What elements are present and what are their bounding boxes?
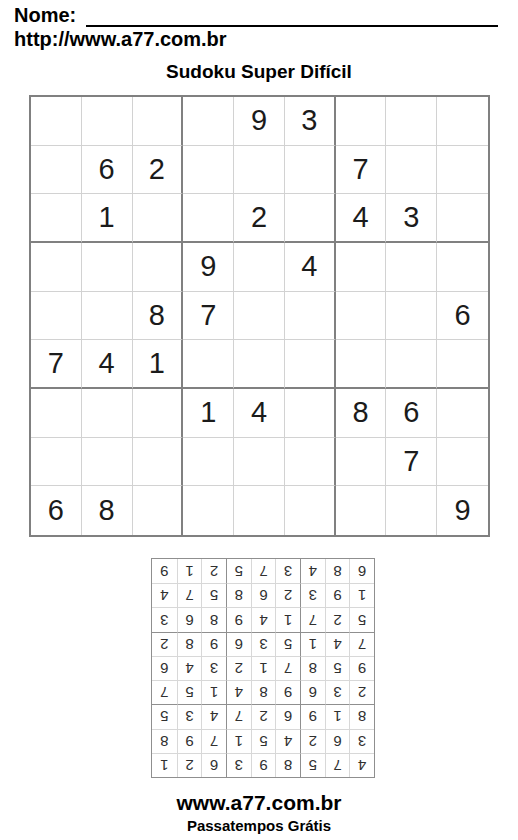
solution-cell-r4c2: 3 [325,680,350,704]
solution-cell-r3c1: 8 [349,704,374,728]
solution-cell-r5c4: 7 [275,656,300,680]
puzzle-cell-r8c6[interactable] [285,438,336,487]
puzzle-cell-r6c5[interactable] [234,340,285,389]
puzzle-cell-r2c8[interactable] [386,146,437,195]
solution-cell-r7c8: 6 [177,607,202,631]
solution-cell-r7c1: 5 [349,607,374,631]
puzzle-cell-r5c6[interactable] [285,292,336,341]
solution-cell-r8c6: 8 [226,583,251,607]
puzzle-cell-r3c5[interactable]: 2 [234,194,285,243]
puzzle-cell-r7c4[interactable]: 1 [183,389,234,438]
puzzle-cell-r1c2[interactable] [82,97,133,146]
puzzle-cell-r5c2[interactable] [82,292,133,341]
puzzle-cell-r8c3[interactable] [133,438,184,487]
puzzle-cell-r9c9[interactable]: 9 [437,486,488,535]
puzzle-cell-r5c8[interactable] [386,292,437,341]
page-header: Nome: http://www.a77.com.br [14,3,498,51]
puzzle-cell-r1c5[interactable]: 9 [234,97,285,146]
puzzle-cell-r1c9[interactable] [437,97,488,146]
page-title: Sudoku Super Difícil [0,61,518,83]
puzzle-cell-r5c1[interactable] [31,292,82,341]
puzzle-cell-r3c4[interactable] [183,194,234,243]
puzzle-cell-r7c9[interactable] [437,389,488,438]
solution-cell-r9c5: 7 [251,559,276,583]
sudoku-solution-grid: 4758936213624517988196274352369841579587… [151,558,375,778]
puzzle-cell-r7c1[interactable] [31,389,82,438]
name-row: Nome: [14,3,498,27]
puzzle-cell-r2c5[interactable] [234,146,285,195]
puzzle-cell-r8c7[interactable] [336,438,387,487]
solution-cell-r6c8: 8 [177,632,202,656]
solution-cell-r7c6: 9 [226,607,251,631]
solution-cell-r1c1: 4 [349,753,374,777]
solution-cell-r9c8: 1 [177,559,202,583]
puzzle-cell-r5c9[interactable]: 6 [437,292,488,341]
solution-cell-r2c6: 1 [226,729,251,753]
solution-cell-r5c1: 9 [349,656,374,680]
solution-cell-r3c6: 7 [226,704,251,728]
solution-cell-r9c9: 9 [152,559,177,583]
puzzle-cell-r6c2[interactable]: 4 [82,340,133,389]
puzzle-cell-r3c3[interactable] [133,194,184,243]
puzzle-cell-r8c9[interactable] [437,438,488,487]
puzzle-cell-r2c1[interactable] [31,146,82,195]
solution-cell-r5c3: 8 [300,656,325,680]
solution-cell-r2c3: 2 [300,729,325,753]
solution-cell-r9c6: 5 [226,559,251,583]
solution-cell-r9c2: 8 [325,559,350,583]
solution-cell-r8c4: 2 [275,583,300,607]
solution-cell-r1c9: 1 [152,753,177,777]
solution-cell-r2c5: 5 [251,729,276,753]
solution-cell-r1c3: 5 [300,753,325,777]
puzzle-cell-r7c6[interactable] [285,389,336,438]
puzzle-cell-r4c7[interactable] [336,243,387,292]
puzzle-cell-r1c8[interactable] [386,97,437,146]
solution-cell-r9c7: 2 [201,559,226,583]
solution-cell-r6c2: 4 [325,632,350,656]
puzzle-cell-r9c7[interactable] [336,486,387,535]
solution-cell-r9c1: 6 [349,559,374,583]
puzzle-cell-r2c3[interactable]: 2 [133,146,184,195]
solution-cell-r2c1: 3 [349,729,374,753]
solution-cell-r1c8: 2 [177,753,202,777]
name-label: Nome: [14,3,76,27]
solution-cell-r7c2: 2 [325,607,350,631]
solution-cell-r6c7: 9 [201,632,226,656]
solution-cell-r1c6: 3 [226,753,251,777]
puzzle-cell-r1c4[interactable] [183,97,234,146]
solution-cell-r8c8: 7 [177,583,202,607]
puzzle-cell-r3c8[interactable]: 3 [386,194,437,243]
puzzle-cell-r3c9[interactable] [437,194,488,243]
solution-cell-r3c4: 6 [275,704,300,728]
puzzle-cell-r5c3[interactable]: 8 [133,292,184,341]
solution-cell-r3c9: 5 [152,704,177,728]
puzzle-cell-r8c4[interactable] [183,438,234,487]
solution-cell-r7c3: 7 [300,607,325,631]
puzzle-cell-r4c9[interactable] [437,243,488,292]
puzzle-cell-r1c7[interactable] [336,97,387,146]
puzzle-cell-r5c7[interactable] [336,292,387,341]
puzzle-cell-r4c2[interactable] [82,243,133,292]
puzzle-cell-r6c9[interactable] [437,340,488,389]
solution-cell-r4c5: 8 [251,680,276,704]
footer-tagline: Passatempos Grátis [0,817,518,834]
solution-cell-r4c6: 4 [226,680,251,704]
name-fill-line[interactable] [86,4,498,27]
puzzle-cell-r9c4[interactable] [183,486,234,535]
puzzle-cell-r5c5[interactable] [234,292,285,341]
solution-cell-r4c4: 9 [275,680,300,704]
sudoku-page: Nome: http://www.a77.com.br Sudoku Super… [0,0,518,840]
solution-cell-r4c1: 2 [349,680,374,704]
footer-site-url: www.a77.com.br [0,791,518,815]
solution-cell-r1c4: 8 [275,753,300,777]
puzzle-cell-r7c2[interactable] [82,389,133,438]
solution-cell-r3c8: 3 [177,704,202,728]
solution-cell-r6c5: 3 [251,632,276,656]
solution-cell-r8c9: 4 [152,583,177,607]
puzzle-cell-r7c3[interactable] [133,389,184,438]
solution-cell-r4c3: 6 [300,680,325,704]
solution-cell-r2c9: 8 [152,729,177,753]
puzzle-cell-r2c6[interactable] [285,146,336,195]
site-url-header: http://www.a77.com.br [14,28,498,51]
puzzle-cell-r1c6[interactable]: 3 [285,97,336,146]
solution-cell-r8c3: 3 [300,583,325,607]
solution-cell-r5c8: 4 [177,656,202,680]
solution-cell-r4c8: 5 [177,680,202,704]
solution-cell-r9c3: 4 [300,559,325,583]
solution-cell-r3c7: 4 [201,704,226,728]
solution-cell-r3c2: 1 [325,704,350,728]
puzzle-cell-r8c1[interactable] [31,438,82,487]
solution-cell-r2c8: 9 [177,729,202,753]
puzzle-cell-r9c2[interactable]: 8 [82,486,133,535]
solution-cell-r8c7: 5 [201,583,226,607]
solution-cell-r5c6: 2 [226,656,251,680]
puzzle-cell-r1c1[interactable] [31,97,82,146]
puzzle-cell-r6c3[interactable]: 1 [133,340,184,389]
solution-cell-r7c9: 3 [152,607,177,631]
puzzle-cell-r3c6[interactable] [285,194,336,243]
puzzle-cell-r5c4[interactable]: 7 [183,292,234,341]
puzzle-cell-r6c6[interactable] [285,340,336,389]
solution-cell-r5c9: 6 [152,656,177,680]
solution-cell-r5c5: 1 [251,656,276,680]
puzzle-cell-r7c8[interactable]: 6 [386,389,437,438]
puzzle-cell-r9c1[interactable]: 6 [31,486,82,535]
sudoku-puzzle-grid: 9362712439487674114867689 [29,95,490,537]
solution-cell-r6c1: 7 [349,632,374,656]
puzzle-cell-r9c6[interactable] [285,486,336,535]
puzzle-cell-r2c7[interactable]: 7 [336,146,387,195]
puzzle-cell-r2c4[interactable] [183,146,234,195]
page-footer: www.a77.com.br Passatempos Grátis [0,791,518,834]
solution-cell-r8c1: 1 [349,583,374,607]
solution-cell-r4c9: 7 [152,680,177,704]
solution-cell-r9c4: 3 [275,559,300,583]
solution-cell-r4c7: 1 [201,680,226,704]
solution-cell-r1c7: 6 [201,753,226,777]
puzzle-cell-r1c3[interactable] [133,97,184,146]
puzzle-cell-r4c1[interactable] [31,243,82,292]
solution-cell-r3c3: 9 [300,704,325,728]
puzzle-cell-r9c8[interactable] [386,486,437,535]
puzzle-cell-r6c8[interactable] [386,340,437,389]
puzzle-cell-r8c2[interactable] [82,438,133,487]
solution-cell-r7c5: 4 [251,607,276,631]
solution-cell-r6c6: 6 [226,632,251,656]
puzzle-cell-r3c2[interactable]: 1 [82,194,133,243]
puzzle-cell-r4c4[interactable]: 9 [183,243,234,292]
solution-cell-r2c4: 4 [275,729,300,753]
solution-cell-r7c7: 8 [201,607,226,631]
puzzle-cell-r6c4[interactable] [183,340,234,389]
solution-cell-r2c2: 6 [325,729,350,753]
puzzle-cell-r4c8[interactable] [386,243,437,292]
puzzle-cell-r4c3[interactable] [133,243,184,292]
solution-cell-r7c4: 1 [275,607,300,631]
puzzle-cell-r7c5[interactable]: 4 [234,389,285,438]
solution-cell-r6c9: 2 [152,632,177,656]
puzzle-cell-r9c3[interactable] [133,486,184,535]
puzzle-cell-r3c1[interactable] [31,194,82,243]
puzzle-cell-r8c5[interactable] [234,438,285,487]
solution-cell-r3c5: 2 [251,704,276,728]
solution-cell-r2c7: 7 [201,729,226,753]
puzzle-cell-r8c8[interactable]: 7 [386,438,437,487]
solution-cell-r6c4: 5 [275,632,300,656]
solution-cell-r5c2: 5 [325,656,350,680]
puzzle-cell-r4c5[interactable] [234,243,285,292]
puzzle-cell-r6c7[interactable] [336,340,387,389]
puzzle-cell-r6c1[interactable]: 7 [31,340,82,389]
solution-cell-r8c5: 6 [251,583,276,607]
puzzle-cell-r4c6[interactable]: 4 [285,243,336,292]
puzzle-cell-r9c5[interactable] [234,486,285,535]
puzzle-cell-r7c7[interactable]: 8 [336,389,387,438]
solution-cell-r1c5: 9 [251,753,276,777]
solution-cell-r1c2: 7 [325,753,350,777]
puzzle-cell-r2c2[interactable]: 6 [82,146,133,195]
solution-cell-r6c3: 1 [300,632,325,656]
puzzle-cell-r3c7[interactable]: 4 [336,194,387,243]
solution-cell-r8c2: 9 [325,583,350,607]
solution-cell-r5c7: 3 [201,656,226,680]
puzzle-cell-r2c9[interactable] [437,146,488,195]
